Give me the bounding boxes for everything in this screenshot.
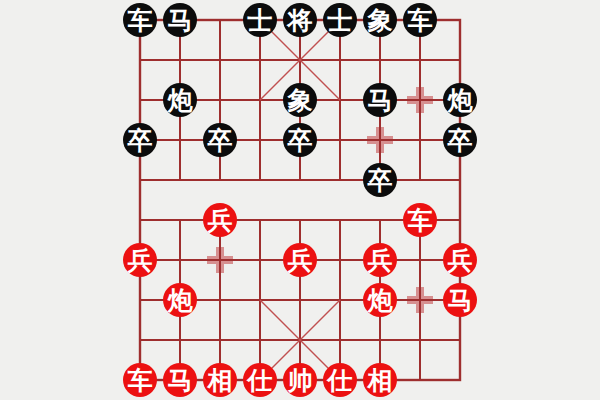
piece-black-cannon[interactable]: 炮 [163, 83, 197, 117]
piece-black-cannon[interactable]: 炮 [443, 83, 477, 117]
piece-red-pawn[interactable]: 兵 [443, 243, 477, 277]
xiangqi-app: 车马士将士象车炮象马炮卒卒卒卒卒兵车兵兵兵兵炮炮马车马相仕帅仕相 [0, 0, 600, 400]
piece-black-advisor[interactable]: 士 [243, 3, 277, 37]
piece-red-pawn[interactable]: 兵 [203, 203, 237, 237]
piece-black-elephant[interactable]: 象 [283, 83, 317, 117]
piece-black-horse[interactable]: 马 [163, 3, 197, 37]
piece-red-cannon[interactable]: 炮 [363, 283, 397, 317]
piece-black-rook[interactable]: 车 [403, 3, 437, 37]
piece-red-elephant[interactable]: 相 [363, 363, 397, 397]
piece-red-advisor[interactable]: 仕 [323, 363, 357, 397]
piece-red-king[interactable]: 帅 [283, 363, 317, 397]
piece-black-horse[interactable]: 马 [363, 83, 397, 117]
piece-red-elephant[interactable]: 相 [203, 363, 237, 397]
piece-red-horse[interactable]: 马 [163, 363, 197, 397]
piece-red-advisor[interactable]: 仕 [243, 363, 277, 397]
piece-black-pawn[interactable]: 卒 [363, 163, 397, 197]
piece-red-pawn[interactable]: 兵 [123, 243, 157, 277]
piece-black-pawn[interactable]: 卒 [283, 123, 317, 157]
xiangqi-board[interactable]: 车马士将士象车炮象马炮卒卒卒卒卒兵车兵兵兵兵炮炮马车马相仕帅仕相 [0, 0, 600, 400]
piece-black-advisor[interactable]: 士 [323, 3, 357, 37]
piece-red-pawn[interactable]: 兵 [363, 243, 397, 277]
piece-red-rook[interactable]: 车 [123, 363, 157, 397]
piece-black-rook[interactable]: 车 [123, 3, 157, 37]
piece-black-pawn[interactable]: 卒 [123, 123, 157, 157]
board-grid [0, 0, 600, 400]
piece-red-rook[interactable]: 车 [403, 203, 437, 237]
piece-black-king[interactable]: 将 [283, 3, 317, 37]
piece-black-elephant[interactable]: 象 [363, 3, 397, 37]
piece-red-cannon[interactable]: 炮 [163, 283, 197, 317]
piece-black-pawn[interactable]: 卒 [443, 123, 477, 157]
piece-red-pawn[interactable]: 兵 [283, 243, 317, 277]
piece-black-pawn[interactable]: 卒 [203, 123, 237, 157]
piece-red-horse[interactable]: 马 [443, 283, 477, 317]
